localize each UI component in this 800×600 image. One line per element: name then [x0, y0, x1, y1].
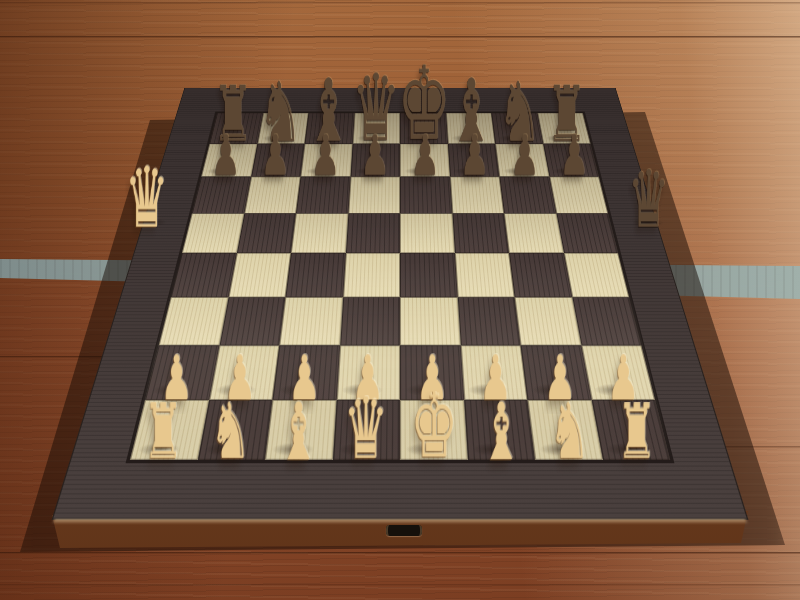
square-e4[interactable] — [400, 253, 457, 297]
spare-white-queen-glyph[interactable]: ♛ — [125, 164, 169, 231]
square-f5[interactable] — [452, 213, 509, 253]
square-h4[interactable] — [564, 253, 630, 297]
piece-white-bishop-c1[interactable]: ♝ — [278, 400, 320, 463]
chess-board: ♜♞♝♛♚♝♞♜♟♟♟♟♟♟♟♟♟♟♟♟♟♟♟♟♜♞♝♛♚♝♞♜ ♛ ♛ — [53, 88, 747, 518]
square-d6[interactable] — [348, 177, 400, 213]
square-f4[interactable] — [455, 253, 515, 297]
piece-white-queen-d1[interactable]: ♛ — [344, 395, 389, 463]
square-h5[interactable] — [556, 213, 618, 253]
piece-black-pawn-f7[interactable]: ♟ — [460, 134, 490, 179]
square-a3[interactable] — [159, 297, 228, 346]
piece-black-pawn-e7[interactable]: ♟ — [410, 134, 440, 179]
square-f7[interactable]: ♟ — [448, 144, 500, 177]
box-hinge-icon — [386, 525, 422, 536]
square-b6[interactable] — [244, 177, 301, 213]
board-squares: ♜♞♝♛♚♝♞♜♟♟♟♟♟♟♟♟♟♟♟♟♟♟♟♟♜♞♝♛♚♝♞♜ — [130, 113, 670, 460]
square-g5[interactable] — [504, 213, 564, 253]
square-e7[interactable]: ♟ — [400, 144, 450, 177]
square-g1[interactable]: ♞ — [527, 399, 602, 459]
square-b7[interactable]: ♟ — [251, 144, 305, 177]
square-c3[interactable] — [279, 297, 342, 346]
square-a4[interactable] — [171, 253, 237, 297]
square-e1[interactable]: ♚ — [400, 399, 468, 459]
square-g3[interactable] — [515, 297, 581, 346]
piece-black-pawn-h7[interactable]: ♟ — [560, 134, 590, 179]
square-b1[interactable]: ♞ — [197, 399, 272, 459]
spare-black-queen[interactable]: ♛ — [627, 219, 666, 229]
square-c4[interactable] — [285, 253, 345, 297]
table-plank-seam — [0, 552, 800, 554]
square-e6[interactable] — [400, 177, 452, 213]
piece-white-bishop-f1[interactable]: ♝ — [481, 400, 523, 463]
piece-white-king-e1[interactable]: ♚ — [410, 391, 457, 463]
square-c5[interactable] — [291, 213, 348, 253]
square-d4[interactable] — [343, 253, 400, 297]
square-f3[interactable] — [457, 297, 520, 346]
square-d1[interactable]: ♛ — [332, 399, 400, 459]
square-a5[interactable] — [182, 213, 244, 253]
piece-black-pawn-g7[interactable]: ♟ — [510, 134, 540, 179]
table-plank-seam — [0, 584, 800, 586]
square-b5[interactable] — [236, 213, 296, 253]
square-c1[interactable]: ♝ — [265, 399, 336, 459]
square-g7[interactable]: ♟ — [495, 144, 549, 177]
piece-black-pawn-d7[interactable]: ♟ — [360, 134, 390, 179]
square-e5[interactable] — [400, 213, 455, 253]
table-plank-seam — [0, 36, 800, 38]
table-plank-seam — [0, 2, 800, 4]
square-b3[interactable] — [219, 297, 285, 346]
square-d7[interactable]: ♟ — [350, 144, 400, 177]
spare-black-queen-glyph[interactable]: ♛ — [628, 168, 670, 231]
square-h1[interactable]: ♜ — [591, 399, 670, 459]
piece-white-knight-g1[interactable]: ♞ — [549, 401, 590, 463]
spare-white-queen[interactable]: ♛ — [129, 219, 169, 229]
square-d5[interactable] — [345, 213, 400, 253]
square-h7[interactable]: ♟ — [543, 144, 599, 177]
piece-black-pawn-a7[interactable]: ♟ — [211, 134, 241, 179]
square-b4[interactable] — [228, 253, 291, 297]
piece-white-rook-h1[interactable]: ♜ — [617, 402, 657, 463]
square-g4[interactable] — [509, 253, 572, 297]
square-c7[interactable]: ♟ — [301, 144, 353, 177]
square-h3[interactable] — [572, 297, 641, 346]
piece-black-pawn-b7[interactable]: ♟ — [261, 134, 291, 179]
square-f6[interactable] — [450, 177, 504, 213]
square-c6[interactable] — [296, 177, 350, 213]
square-h6[interactable] — [549, 177, 608, 213]
piece-white-rook-a1[interactable]: ♜ — [143, 402, 183, 463]
square-d3[interactable] — [340, 297, 400, 346]
piece-white-knight-b1[interactable]: ♞ — [210, 401, 251, 463]
piece-black-pawn-c7[interactable]: ♟ — [310, 134, 340, 179]
square-g6[interactable] — [499, 177, 556, 213]
square-e3[interactable] — [400, 297, 460, 346]
photo-scene: ♜♞♝♛♚♝♞♜♟♟♟♟♟♟♟♟♟♟♟♟♟♟♟♟♜♞♝♛♚♝♞♜ ♛ ♛ — [0, 0, 800, 600]
square-f1[interactable]: ♝ — [464, 399, 535, 459]
square-a6[interactable] — [192, 177, 251, 213]
